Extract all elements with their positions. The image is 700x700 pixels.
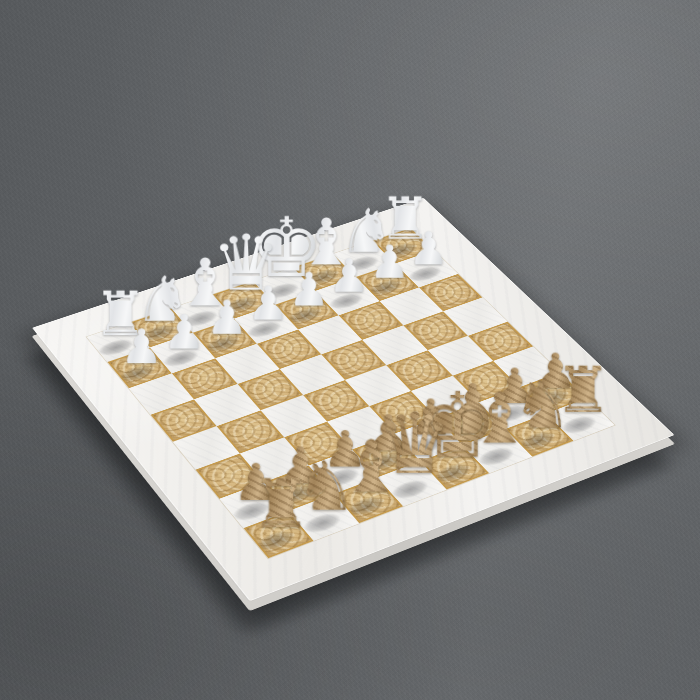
piece-black-pawn[interactable]: ♟: [329, 252, 370, 298]
piece-black-pawn[interactable]: ♟: [288, 266, 330, 312]
piece-black-pawn[interactable]: ♟: [247, 280, 289, 327]
piece-white-rook[interactable]: ♜: [251, 471, 311, 538]
piece-black-pawn[interactable]: ♟: [408, 226, 449, 271]
piece-black-pawn[interactable]: ♟: [369, 239, 410, 285]
square-a1[interactable]: ♜: [243, 511, 313, 558]
square-b5[interactable]: [194, 384, 260, 426]
piece-black-pawn[interactable]: ♟: [163, 308, 206, 355]
photo-scene: { "game": "chess", "scene": { "descripti…: [0, 0, 700, 700]
piece-black-pawn[interactable]: ♟: [120, 322, 163, 370]
piece-black-pawn[interactable]: ♟: [206, 294, 248, 341]
